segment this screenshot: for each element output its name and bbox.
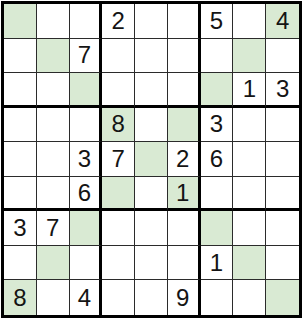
cell-r1c1-empty[interactable] [4,4,37,39]
cell-r7c8-empty[interactable] [233,211,266,246]
cell-r4c8-empty[interactable] [233,108,266,143]
cell-r6c4-empty[interactable] [102,177,135,212]
cell-r1c4-given[interactable]: 2 [102,4,135,39]
cell-r5c4-given[interactable]: 7 [102,142,135,177]
cell-r7c3-empty[interactable] [70,211,103,246]
cell-r7c1-given[interactable]: 3 [4,211,37,246]
cell-r3c3-empty[interactable] [70,73,103,108]
cell-r3c9-given[interactable]: 3 [266,73,299,108]
cell-r6c8-empty[interactable] [233,177,266,212]
cell-r7c9-empty[interactable] [266,211,299,246]
cell-r2c3-given[interactable]: 7 [70,39,103,74]
cell-r7c4-empty[interactable] [102,211,135,246]
cell-r3c5-empty[interactable] [135,73,168,108]
cell-r1c5-empty[interactable] [135,4,168,39]
cell-r3c1-empty[interactable] [4,73,37,108]
cell-r3c2-empty[interactable] [37,73,70,108]
cell-r9c1-given[interactable]: 8 [4,280,37,315]
cell-r5c9-empty[interactable] [266,142,299,177]
cell-r3c8-given[interactable]: 1 [233,73,266,108]
cell-r7c7-empty[interactable] [201,211,234,246]
cell-r4c3-empty[interactable] [70,108,103,143]
cell-r8c5-empty[interactable] [135,246,168,281]
cell-r4c7-given[interactable]: 3 [201,108,234,143]
cell-r4c1-empty[interactable] [4,108,37,143]
cell-r5c6-given[interactable]: 2 [168,142,201,177]
cell-r8c7-given[interactable]: 1 [201,246,234,281]
cell-r9c5-empty[interactable] [135,280,168,315]
cell-r2c1-empty[interactable] [4,39,37,74]
cell-r5c5-empty[interactable] [135,142,168,177]
cell-r6c7-empty[interactable] [201,177,234,212]
cell-r5c3-given[interactable]: 3 [70,142,103,177]
cell-r6c1-empty[interactable] [4,177,37,212]
cell-r7c5-empty[interactable] [135,211,168,246]
cell-r8c1-empty[interactable] [4,246,37,281]
cell-r4c5-empty[interactable] [135,108,168,143]
cell-r3c4-empty[interactable] [102,73,135,108]
cell-r1c9-given[interactable]: 4 [266,4,299,39]
cell-r8c6-empty[interactable] [168,246,201,281]
cell-r6c9-empty[interactable] [266,177,299,212]
cell-r6c2-empty[interactable] [37,177,70,212]
cell-r5c8-empty[interactable] [233,142,266,177]
cell-r2c9-empty[interactable] [266,39,299,74]
cell-r8c2-empty[interactable] [37,246,70,281]
sudoku-board: 25471383372661371849 [1,1,302,318]
sudoku-page: 25471383372661371849 [0,0,304,320]
cell-r2c2-empty[interactable] [37,39,70,74]
cell-r8c8-empty[interactable] [233,246,266,281]
cell-r9c4-empty[interactable] [102,280,135,315]
cell-r9c2-empty[interactable] [37,280,70,315]
cell-r1c3-empty[interactable] [70,4,103,39]
cell-r3c7-empty[interactable] [201,73,234,108]
cell-r1c7-given[interactable]: 5 [201,4,234,39]
cell-r4c4-given[interactable]: 8 [102,108,135,143]
cell-r8c9-empty[interactable] [266,246,299,281]
cell-r8c3-empty[interactable] [70,246,103,281]
cell-r4c9-empty[interactable] [266,108,299,143]
cell-r7c2-given[interactable]: 7 [37,211,70,246]
cell-r4c6-empty[interactable] [168,108,201,143]
cell-r8c4-empty[interactable] [102,246,135,281]
cell-r2c8-empty[interactable] [233,39,266,74]
cell-r9c7-empty[interactable] [201,280,234,315]
cell-r9c8-empty[interactable] [233,280,266,315]
cell-r9c3-given[interactable]: 4 [70,280,103,315]
cell-r2c5-empty[interactable] [135,39,168,74]
cell-r2c6-empty[interactable] [168,39,201,74]
cell-r5c7-given[interactable]: 6 [201,142,234,177]
cell-r4c2-empty[interactable] [37,108,70,143]
cell-r2c7-empty[interactable] [201,39,234,74]
cell-r1c2-empty[interactable] [37,4,70,39]
cell-r6c5-empty[interactable] [135,177,168,212]
cell-r1c6-empty[interactable] [168,4,201,39]
cell-r2c4-empty[interactable] [102,39,135,74]
cell-r5c1-empty[interactable] [4,142,37,177]
cell-r6c3-given[interactable]: 6 [70,177,103,212]
cell-r6c6-given[interactable]: 1 [168,177,201,212]
cell-r9c6-given[interactable]: 9 [168,280,201,315]
cell-r1c8-empty[interactable] [233,4,266,39]
cell-r9c9-empty[interactable] [266,280,299,315]
cell-r5c2-empty[interactable] [37,142,70,177]
cell-r7c6-empty[interactable] [168,211,201,246]
cell-r3c6-empty[interactable] [168,73,201,108]
